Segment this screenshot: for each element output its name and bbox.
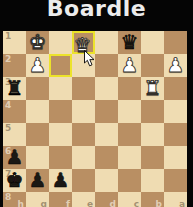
square-d6[interactable]	[95, 146, 118, 169]
white-pawn[interactable]: ♟	[118, 54, 141, 77]
square-g5[interactable]	[26, 123, 49, 146]
file-label-g: g	[41, 199, 47, 207]
square-f3[interactable]	[49, 77, 72, 100]
square-b7[interactable]	[141, 169, 164, 192]
square-b2[interactable]	[141, 54, 164, 77]
rank-label-1: 1	[5, 31, 11, 41]
mouse-cursor-icon	[84, 50, 96, 67]
black-rook[interactable]: ♜	[3, 77, 26, 100]
square-h3[interactable]: 3♜	[3, 77, 26, 100]
square-h6[interactable]: 6♟	[3, 146, 26, 169]
square-e8[interactable]: e	[72, 192, 95, 207]
rank-label-2: 2	[5, 54, 11, 64]
white-pawn[interactable]: ♟	[26, 54, 49, 77]
white-king[interactable]: ♚	[26, 31, 49, 54]
boardle-app: { "game": "chess", "title": "Boardle", "…	[0, 0, 193, 207]
rank-label-8: 8	[5, 192, 11, 202]
file-label-a: a	[179, 199, 185, 207]
square-a1[interactable]	[164, 31, 187, 54]
square-g8[interactable]: g	[26, 192, 49, 207]
square-a8[interactable]: a	[164, 192, 187, 207]
square-e4[interactable]	[72, 100, 95, 123]
square-f5[interactable]	[49, 123, 72, 146]
black-pawn[interactable]: ♟	[26, 169, 49, 192]
square-d8[interactable]: d	[95, 192, 118, 207]
square-e6[interactable]	[72, 146, 95, 169]
square-h1[interactable]: 1	[3, 31, 26, 54]
square-g6[interactable]	[26, 146, 49, 169]
square-a5[interactable]	[164, 123, 187, 146]
rank-label-5: 5	[5, 123, 11, 133]
square-g7[interactable]: ♟	[26, 169, 49, 192]
square-c8[interactable]: c	[118, 192, 141, 207]
square-a2[interactable]: ♟	[164, 54, 187, 77]
square-h4[interactable]: 4	[3, 100, 26, 123]
square-g1[interactable]: ♚	[26, 31, 49, 54]
app-title: Boardle	[0, 0, 193, 21]
file-label-h: h	[18, 199, 24, 207]
square-f4[interactable]	[49, 100, 72, 123]
black-pawn[interactable]: ♟	[49, 169, 72, 192]
file-label-c: c	[134, 199, 139, 207]
square-c7[interactable]	[118, 169, 141, 192]
black-pawn[interactable]: ♟	[3, 146, 26, 169]
square-d5[interactable]	[95, 123, 118, 146]
white-rook[interactable]: ♜	[141, 77, 164, 100]
square-d2[interactable]	[95, 54, 118, 77]
square-e3[interactable]	[72, 77, 95, 100]
square-a3[interactable]	[164, 77, 187, 100]
rank-label-4: 4	[5, 100, 11, 110]
black-king[interactable]: ♚	[3, 169, 26, 192]
square-c6[interactable]	[118, 146, 141, 169]
square-a7[interactable]	[164, 169, 187, 192]
square-c3[interactable]	[118, 77, 141, 100]
square-d7[interactable]	[95, 169, 118, 192]
square-b3[interactable]: ♜	[141, 77, 164, 100]
square-c2[interactable]: ♟	[118, 54, 141, 77]
square-d3[interactable]	[95, 77, 118, 100]
square-h5[interactable]: 5	[3, 123, 26, 146]
square-f7[interactable]: ♟	[49, 169, 72, 192]
square-e7[interactable]	[72, 169, 95, 192]
black-queen[interactable]: ♛	[118, 31, 141, 54]
white-pawn[interactable]: ♟	[164, 54, 187, 77]
square-f8[interactable]: f	[49, 192, 72, 207]
square-b1[interactable]	[141, 31, 164, 54]
square-f2[interactable]	[49, 54, 72, 77]
square-f1[interactable]	[49, 31, 72, 54]
square-h2[interactable]: 2	[3, 54, 26, 77]
square-b4[interactable]	[141, 100, 164, 123]
square-c4[interactable]	[118, 100, 141, 123]
square-d4[interactable]	[95, 100, 118, 123]
square-c5[interactable]	[118, 123, 141, 146]
square-b6[interactable]	[141, 146, 164, 169]
square-f6[interactable]	[49, 146, 72, 169]
square-c1[interactable]: ♛	[118, 31, 141, 54]
file-label-f: f	[66, 199, 70, 207]
file-label-d: d	[110, 199, 116, 207]
file-label-b: b	[156, 199, 162, 207]
square-a4[interactable]	[164, 100, 187, 123]
square-b8[interactable]: b	[141, 192, 164, 207]
square-e5[interactable]	[72, 123, 95, 146]
square-h8[interactable]: 8h	[3, 192, 26, 207]
square-g2[interactable]: ♟	[26, 54, 49, 77]
square-h7[interactable]: 7♚	[3, 169, 26, 192]
square-g4[interactable]	[26, 100, 49, 123]
square-d1[interactable]	[95, 31, 118, 54]
square-b5[interactable]	[141, 123, 164, 146]
square-g3[interactable]	[26, 77, 49, 100]
square-a6[interactable]	[164, 146, 187, 169]
file-label-e: e	[87, 199, 93, 207]
